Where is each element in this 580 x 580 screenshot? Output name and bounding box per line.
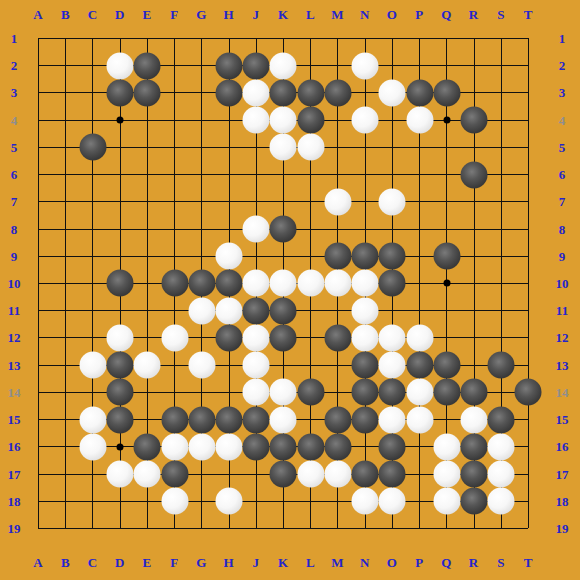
black-stone [270, 433, 297, 460]
row-label-left: 3 [11, 86, 18, 99]
row-label-right: 10 [556, 276, 569, 289]
white-stone [243, 379, 270, 406]
white-stone [297, 270, 324, 297]
column-label-top: S [497, 8, 504, 21]
column-label-top: D [115, 8, 124, 21]
column-label-top: H [223, 8, 233, 21]
black-stone [79, 134, 106, 161]
white-stone [379, 406, 406, 433]
column-label-bottom: R [469, 556, 478, 569]
white-stone [270, 270, 297, 297]
black-stone [216, 324, 243, 351]
column-label-bottom: L [306, 556, 315, 569]
black-stone [188, 270, 215, 297]
star-point [443, 117, 450, 124]
black-stone [270, 297, 297, 324]
white-stone [324, 461, 351, 488]
row-label-left: 11 [8, 304, 20, 317]
white-stone [406, 107, 433, 134]
black-stone [107, 406, 134, 433]
white-stone [79, 406, 106, 433]
column-label-bottom: D [115, 556, 124, 569]
black-stone [216, 406, 243, 433]
column-label-top: K [278, 8, 288, 21]
black-stone [270, 324, 297, 351]
row-label-right: 9 [559, 249, 566, 262]
white-stone [352, 52, 379, 79]
white-stone [216, 297, 243, 324]
grid-line-horizontal [38, 528, 528, 529]
white-stone [243, 324, 270, 351]
black-stone [433, 379, 460, 406]
white-stone [270, 107, 297, 134]
black-stone [161, 461, 188, 488]
black-stone [243, 433, 270, 460]
white-stone [488, 433, 515, 460]
row-label-right: 16 [556, 440, 569, 453]
black-stone [216, 79, 243, 106]
row-label-left: 1 [11, 32, 18, 45]
row-label-right: 5 [559, 140, 566, 153]
white-stone [161, 324, 188, 351]
white-stone [79, 433, 106, 460]
white-stone [406, 379, 433, 406]
column-label-top: O [387, 8, 397, 21]
white-stone [433, 461, 460, 488]
black-stone [324, 243, 351, 270]
black-stone [243, 406, 270, 433]
white-stone [216, 243, 243, 270]
column-label-top: E [143, 8, 152, 21]
white-stone [107, 461, 134, 488]
column-label-top: F [170, 8, 178, 21]
row-label-left: 18 [8, 494, 21, 507]
black-stone [433, 352, 460, 379]
black-stone [297, 433, 324, 460]
white-stone [188, 352, 215, 379]
white-stone [216, 488, 243, 515]
black-stone [107, 79, 134, 106]
black-stone [270, 461, 297, 488]
black-stone [297, 379, 324, 406]
black-stone [107, 352, 134, 379]
black-stone [379, 270, 406, 297]
row-label-left: 9 [11, 249, 18, 262]
black-stone [461, 488, 488, 515]
row-label-right: 1 [559, 32, 566, 45]
column-label-bottom: S [497, 556, 504, 569]
black-stone [488, 406, 515, 433]
column-label-bottom: P [415, 556, 423, 569]
white-stone [188, 297, 215, 324]
black-stone [324, 324, 351, 351]
white-stone [161, 433, 188, 460]
white-stone [352, 270, 379, 297]
black-stone [352, 406, 379, 433]
white-stone [270, 406, 297, 433]
row-label-right: 4 [559, 113, 566, 126]
white-stone [406, 324, 433, 351]
column-label-bottom: Q [441, 556, 451, 569]
black-stone [352, 243, 379, 270]
white-stone [270, 379, 297, 406]
white-stone [324, 270, 351, 297]
white-stone [433, 488, 460, 515]
white-stone [107, 324, 134, 351]
white-stone [243, 216, 270, 243]
column-label-top: T [524, 8, 533, 21]
black-stone [216, 52, 243, 79]
star-point [443, 280, 450, 287]
white-stone [406, 406, 433, 433]
row-label-left: 14 [8, 385, 21, 398]
white-stone [297, 134, 324, 161]
white-stone [352, 107, 379, 134]
black-stone [324, 406, 351, 433]
black-stone [297, 107, 324, 134]
row-label-left: 2 [11, 59, 18, 72]
white-stone [134, 352, 161, 379]
column-label-bottom: M [331, 556, 343, 569]
white-stone [379, 324, 406, 351]
row-label-right: 13 [556, 358, 569, 371]
black-stone [324, 433, 351, 460]
white-stone [379, 352, 406, 379]
white-stone [243, 352, 270, 379]
row-label-left: 4 [11, 113, 18, 126]
black-stone [134, 52, 161, 79]
star-point [117, 443, 124, 450]
column-label-top: P [415, 8, 423, 21]
column-label-bottom: O [387, 556, 397, 569]
row-label-right: 15 [556, 413, 569, 426]
black-stone [488, 352, 515, 379]
black-stone [134, 79, 161, 106]
column-label-top: B [61, 8, 70, 21]
black-stone [461, 379, 488, 406]
column-label-top: N [360, 8, 369, 21]
row-label-left: 8 [11, 222, 18, 235]
star-point [117, 117, 124, 124]
row-label-right: 6 [559, 168, 566, 181]
column-label-top: G [196, 8, 206, 21]
grid-line-vertical [528, 38, 529, 528]
column-label-top: A [33, 8, 42, 21]
row-label-left: 13 [8, 358, 21, 371]
white-stone [297, 461, 324, 488]
row-label-right: 11 [556, 304, 568, 317]
column-label-bottom: C [88, 556, 97, 569]
black-stone [216, 270, 243, 297]
white-stone [488, 488, 515, 515]
black-stone [188, 406, 215, 433]
column-label-top: M [331, 8, 343, 21]
column-label-bottom: N [360, 556, 369, 569]
column-label-bottom: A [33, 556, 42, 569]
column-label-bottom: J [253, 556, 260, 569]
black-stone [515, 379, 542, 406]
black-stone [352, 461, 379, 488]
black-stone [406, 352, 433, 379]
white-stone [270, 52, 297, 79]
white-stone [379, 79, 406, 106]
black-stone [161, 270, 188, 297]
white-stone [352, 488, 379, 515]
white-stone [107, 52, 134, 79]
row-label-right: 8 [559, 222, 566, 235]
black-stone [379, 243, 406, 270]
black-stone [270, 216, 297, 243]
white-stone [79, 352, 106, 379]
white-stone [352, 324, 379, 351]
row-label-right: 19 [556, 521, 569, 534]
white-stone [270, 134, 297, 161]
white-stone [243, 270, 270, 297]
black-stone [243, 297, 270, 324]
white-stone [324, 188, 351, 215]
white-stone [488, 461, 515, 488]
row-label-left: 5 [11, 140, 18, 153]
row-label-left: 17 [8, 467, 21, 480]
white-stone [161, 488, 188, 515]
black-stone [406, 79, 433, 106]
white-stone [188, 433, 215, 460]
black-stone [379, 379, 406, 406]
row-label-right: 14 [556, 385, 569, 398]
column-label-top: R [469, 8, 478, 21]
white-stone [461, 406, 488, 433]
white-stone [134, 461, 161, 488]
row-label-right: 12 [556, 331, 569, 344]
black-stone [297, 79, 324, 106]
black-stone [379, 461, 406, 488]
column-label-bottom: F [170, 556, 178, 569]
row-label-left: 10 [8, 276, 21, 289]
black-stone [433, 243, 460, 270]
white-stone [379, 488, 406, 515]
column-label-top: Q [441, 8, 451, 21]
black-stone [324, 79, 351, 106]
row-label-right: 18 [556, 494, 569, 507]
row-label-right: 17 [556, 467, 569, 480]
white-stone [379, 188, 406, 215]
row-label-left: 12 [8, 331, 21, 344]
column-label-bottom: K [278, 556, 288, 569]
row-label-right: 3 [559, 86, 566, 99]
black-stone [161, 406, 188, 433]
row-label-right: 2 [559, 59, 566, 72]
row-label-left: 19 [8, 521, 21, 534]
column-label-top: L [306, 8, 315, 21]
black-stone [107, 270, 134, 297]
row-label-left: 15 [8, 413, 21, 426]
black-stone [134, 433, 161, 460]
row-label-right: 7 [559, 195, 566, 208]
column-label-bottom: H [223, 556, 233, 569]
white-stone [433, 433, 460, 460]
black-stone [461, 461, 488, 488]
black-stone [461, 433, 488, 460]
black-stone [270, 79, 297, 106]
black-stone [461, 161, 488, 188]
row-label-left: 6 [11, 168, 18, 181]
black-stone [107, 379, 134, 406]
row-label-left: 16 [8, 440, 21, 453]
column-label-top: J [253, 8, 260, 21]
go-board[interactable]: AABBCCDDEEFFGGHHJJKKLLMMNNOOPPQQRRSSTT11… [0, 0, 580, 580]
black-stone [433, 79, 460, 106]
white-stone [243, 107, 270, 134]
black-stone [352, 379, 379, 406]
column-label-bottom: T [524, 556, 533, 569]
black-stone [352, 352, 379, 379]
row-label-left: 7 [11, 195, 18, 208]
black-stone [461, 107, 488, 134]
black-stone [379, 433, 406, 460]
white-stone [243, 79, 270, 106]
black-stone [243, 52, 270, 79]
column-label-bottom: B [61, 556, 70, 569]
white-stone [352, 297, 379, 324]
column-label-bottom: E [143, 556, 152, 569]
column-label-top: C [88, 8, 97, 21]
column-label-bottom: G [196, 556, 206, 569]
white-stone [216, 433, 243, 460]
